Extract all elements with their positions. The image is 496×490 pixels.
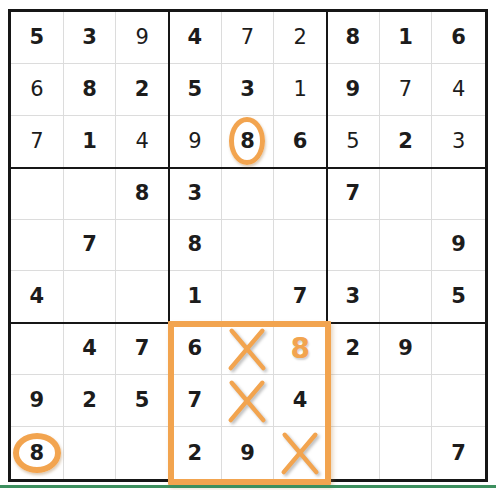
cell-value: 7 bbox=[135, 338, 150, 359]
cell-r2c7[interactable]: 9 bbox=[327, 64, 380, 116]
cell-r3c7[interactable]: 5 bbox=[327, 116, 380, 168]
cell-r6c8[interactable] bbox=[380, 271, 433, 323]
cell-value: 9 bbox=[346, 79, 361, 100]
cell-value: 7 bbox=[346, 183, 361, 204]
sudoku-board: 5394728166825319747149865238377894173547… bbox=[8, 9, 488, 482]
cell-value: 2 bbox=[398, 131, 413, 152]
cell-value: 5 bbox=[346, 131, 359, 152]
cell-r5c2[interactable]: 7 bbox=[64, 220, 117, 272]
cell-r7c4[interactable]: 6 bbox=[169, 323, 222, 375]
cell-r2c9[interactable]: 4 bbox=[432, 64, 485, 116]
x-mark-icon bbox=[224, 325, 270, 373]
cell-r8c2[interactable]: 2 bbox=[64, 375, 117, 427]
cell-r3c2[interactable]: 1 bbox=[64, 116, 117, 168]
cell-r5c1[interactable] bbox=[11, 220, 64, 272]
cell-r2c2[interactable]: 8 bbox=[64, 64, 117, 116]
cell-value: 3 bbox=[82, 27, 97, 48]
cell-r8c4[interactable]: 7 bbox=[169, 375, 222, 427]
cell-value: 9 bbox=[398, 338, 413, 359]
cell-r2c8[interactable]: 7 bbox=[380, 64, 433, 116]
cell-value: 3 bbox=[188, 183, 203, 204]
cell-value: 1 bbox=[293, 79, 306, 100]
cell-value: 8 bbox=[30, 443, 45, 464]
cell-r7c7[interactable]: 2 bbox=[327, 323, 380, 375]
cell-r1c4[interactable]: 4 bbox=[169, 12, 222, 64]
cell-r2c3[interactable]: 2 bbox=[116, 64, 169, 116]
cell-r3c5[interactable]: 8 bbox=[222, 116, 275, 168]
cell-r8c5[interactable] bbox=[222, 375, 275, 427]
cell-value: 7 bbox=[293, 286, 308, 307]
x-mark-icon bbox=[224, 377, 270, 425]
cell-r7c3[interactable]: 7 bbox=[116, 323, 169, 375]
cell-r7c1[interactable] bbox=[11, 323, 64, 375]
cell-value: 9 bbox=[188, 131, 201, 152]
cell-r5c8[interactable] bbox=[380, 220, 433, 272]
cell-value: 6 bbox=[188, 338, 203, 359]
cell-r2c1[interactable]: 6 bbox=[11, 64, 64, 116]
cell-value: 3 bbox=[346, 286, 361, 307]
cell-r8c1[interactable]: 9 bbox=[11, 375, 64, 427]
cell-r9c6[interactable] bbox=[274, 427, 327, 479]
cell-r6c6[interactable]: 7 bbox=[274, 271, 327, 323]
cell-value: 7 bbox=[399, 79, 412, 100]
cell-r7c2[interactable]: 4 bbox=[64, 323, 117, 375]
cell-r2c4[interactable]: 5 bbox=[169, 64, 222, 116]
cell-value: 3 bbox=[240, 79, 255, 100]
cell-value: 8 bbox=[240, 131, 255, 152]
cell-r3c9[interactable]: 3 bbox=[432, 116, 485, 168]
cell-r3c3[interactable]: 4 bbox=[116, 116, 169, 168]
cell-r1c5[interactable]: 7 bbox=[222, 12, 275, 64]
cell-r5c3[interactable] bbox=[116, 220, 169, 272]
cell-r7c9[interactable] bbox=[432, 323, 485, 375]
cell-value: 7 bbox=[241, 27, 254, 48]
cell-r4c6[interactable] bbox=[274, 168, 327, 220]
box-divider-horizontal-2 bbox=[11, 322, 485, 324]
cell-value: 8 bbox=[290, 335, 309, 363]
cell-r1c1[interactable]: 5 bbox=[11, 12, 64, 64]
cell-value: 6 bbox=[451, 27, 466, 48]
page: 5394728166825319747149865238377894173547… bbox=[0, 0, 496, 490]
cell-r5c5[interactable] bbox=[222, 220, 275, 272]
cell-r9c5[interactable]: 9 bbox=[222, 427, 275, 479]
cell-value: 1 bbox=[398, 27, 413, 48]
cell-r1c3[interactable]: 9 bbox=[116, 12, 169, 64]
cell-r5c7[interactable] bbox=[327, 220, 380, 272]
cell-r5c6[interactable] bbox=[274, 220, 327, 272]
cell-r5c9[interactable]: 9 bbox=[432, 220, 485, 272]
cell-value: 5 bbox=[135, 390, 150, 411]
cell-r7c5[interactable] bbox=[222, 323, 275, 375]
cell-r3c6[interactable]: 6 bbox=[274, 116, 327, 168]
cell-r4c1[interactable] bbox=[11, 168, 64, 220]
cell-value: 8 bbox=[188, 234, 203, 255]
cell-r4c4[interactable]: 3 bbox=[169, 168, 222, 220]
x-mark-icon bbox=[277, 429, 323, 477]
cell-value: 8 bbox=[82, 79, 97, 100]
cell-r9c1[interactable]: 8 bbox=[11, 427, 64, 479]
cell-r9c4[interactable]: 2 bbox=[169, 427, 222, 479]
cell-r3c4[interactable]: 9 bbox=[169, 116, 222, 168]
cell-r6c5[interactable] bbox=[222, 271, 275, 323]
cell-r4c7[interactable]: 7 bbox=[327, 168, 380, 220]
cell-r6c9[interactable]: 5 bbox=[432, 271, 485, 323]
cell-value: 6 bbox=[30, 79, 43, 100]
cell-value: 7 bbox=[451, 443, 466, 464]
cell-value: 1 bbox=[82, 131, 97, 152]
cell-value: 4 bbox=[135, 131, 148, 152]
cell-r4c5[interactable] bbox=[222, 168, 275, 220]
cell-r9c3[interactable] bbox=[116, 427, 169, 479]
cell-value: 2 bbox=[346, 338, 361, 359]
cell-r7c6[interactable]: 8 bbox=[274, 323, 327, 375]
cell-r4c3[interactable]: 8 bbox=[116, 168, 169, 220]
cell-r6c3[interactable] bbox=[116, 271, 169, 323]
cell-value: 6 bbox=[293, 131, 308, 152]
cell-r8c6[interactable]: 4 bbox=[274, 375, 327, 427]
cell-r6c1[interactable]: 4 bbox=[11, 271, 64, 323]
cell-r8c7[interactable] bbox=[327, 375, 380, 427]
cell-value: 8 bbox=[346, 27, 361, 48]
cell-r6c7[interactable]: 3 bbox=[327, 271, 380, 323]
cell-r4c9[interactable] bbox=[432, 168, 485, 220]
cell-r9c8[interactable] bbox=[380, 427, 433, 479]
cell-value: 7 bbox=[188, 390, 203, 411]
cell-r1c6[interactable]: 2 bbox=[274, 12, 327, 64]
cell-r2c5[interactable]: 3 bbox=[222, 64, 275, 116]
cell-r9c2[interactable] bbox=[64, 427, 117, 479]
cell-value: 5 bbox=[188, 79, 203, 100]
cell-value: 7 bbox=[82, 234, 97, 255]
cell-value: 2 bbox=[293, 27, 306, 48]
cell-r2c6[interactable]: 1 bbox=[274, 64, 327, 116]
box-divider-vertical-1 bbox=[168, 12, 170, 479]
cell-value: 9 bbox=[451, 234, 466, 255]
cell-value: 8 bbox=[135, 183, 150, 204]
cell-r9c7[interactable] bbox=[327, 427, 380, 479]
cell-value: 4 bbox=[188, 27, 203, 48]
cell-r1c2[interactable]: 3 bbox=[64, 12, 117, 64]
cell-value: 2 bbox=[188, 443, 203, 464]
cell-r4c2[interactable] bbox=[64, 168, 117, 220]
cell-r1c9[interactable]: 6 bbox=[432, 12, 485, 64]
box-divider-horizontal-1 bbox=[11, 167, 485, 169]
cell-value: 2 bbox=[82, 390, 97, 411]
cell-value: 4 bbox=[293, 390, 308, 411]
box-divider-vertical-2 bbox=[326, 12, 328, 479]
cell-value: 3 bbox=[452, 131, 465, 152]
cell-value: 5 bbox=[30, 27, 45, 48]
cell-r7c8[interactable]: 9 bbox=[380, 323, 433, 375]
cell-r1c7[interactable]: 8 bbox=[327, 12, 380, 64]
cell-value: 7 bbox=[30, 131, 43, 152]
cell-r6c4[interactable]: 1 bbox=[169, 271, 222, 323]
cell-value: 2 bbox=[135, 79, 150, 100]
cell-value: 9 bbox=[240, 443, 255, 464]
cell-r8c9[interactable] bbox=[432, 375, 485, 427]
cell-r9c9[interactable]: 7 bbox=[432, 427, 485, 479]
cell-value: 9 bbox=[135, 27, 148, 48]
cell-r1c8[interactable]: 1 bbox=[380, 12, 433, 64]
cell-r5c4[interactable]: 8 bbox=[169, 220, 222, 272]
cell-r4c8[interactable] bbox=[380, 168, 433, 220]
cell-value: 1 bbox=[188, 286, 203, 307]
cell-r3c1[interactable]: 7 bbox=[11, 116, 64, 168]
cell-value: 4 bbox=[30, 286, 45, 307]
cell-value: 9 bbox=[30, 390, 45, 411]
cell-r3c8[interactable]: 2 bbox=[380, 116, 433, 168]
cell-r8c3[interactable]: 5 bbox=[116, 375, 169, 427]
cell-value: 5 bbox=[451, 286, 466, 307]
cell-r6c2[interactable] bbox=[64, 271, 117, 323]
window-edge-line bbox=[0, 485, 496, 488]
cell-value: 4 bbox=[452, 79, 465, 100]
cell-r8c8[interactable] bbox=[380, 375, 433, 427]
cell-value: 4 bbox=[82, 338, 97, 359]
